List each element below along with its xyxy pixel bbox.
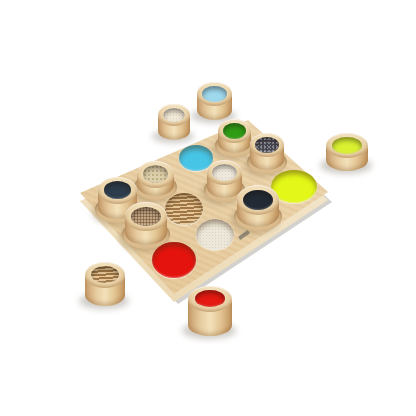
board-recess-ridged-wood[interactable] (165, 193, 203, 225)
cup-texture-green-felt (223, 123, 246, 139)
texture-board (0, 0, 416, 416)
cup-wood-rim (188, 286, 232, 312)
scene (0, 0, 416, 416)
cup-texture-navy-fabric-back (104, 181, 131, 199)
cup-wood-rim (326, 133, 368, 158)
cup-texture-ridged-wood-cup (91, 266, 119, 283)
texture-cup-lime-yellow[interactable] (326, 133, 368, 171)
cup-wood-rim (218, 119, 251, 143)
cup-texture-white-smooth (212, 164, 237, 181)
cup-texture-cream-fleece (163, 108, 185, 123)
texture-cup-green-felt[interactable] (218, 119, 251, 153)
board-recess-white-fleece[interactable] (196, 219, 234, 250)
cup-texture-navy-fabric-front (243, 190, 272, 210)
texture-cup-cream-fleece[interactable] (158, 104, 190, 140)
cup-wood-rim (197, 82, 232, 106)
texture-cup-red-felt-cup[interactable] (188, 286, 232, 336)
cup-wood-rim (85, 262, 125, 288)
cup-texture-black-glitter (255, 137, 279, 153)
cup-wood-rim (137, 161, 174, 188)
cup-texture-lime-yellow (332, 137, 361, 154)
cup-wood-rim (237, 185, 279, 215)
cup-texture-beige-bumps (143, 165, 169, 183)
cup-texture-red-felt-cup (195, 290, 226, 307)
texture-cup-navy-fabric-front[interactable] (237, 185, 279, 227)
texture-cup-sky-blue-fabric[interactable] (197, 82, 232, 120)
texture-cup-black-glitter[interactable] (250, 133, 284, 170)
cup-wood-rim (98, 177, 137, 204)
board-recess-red-felt[interactable] (152, 242, 196, 278)
cup-wood-rim (207, 160, 242, 185)
cup-texture-sky-blue-fabric (202, 86, 227, 102)
texture-cup-mesh-weave[interactable] (125, 202, 167, 245)
cup-wood-rim (125, 202, 167, 231)
cup-wood-rim (250, 133, 284, 157)
texture-cup-beige-bumps[interactable] (137, 161, 174, 196)
texture-cup-ridged-wood-cup[interactable] (85, 262, 125, 306)
cup-wood-rim (158, 104, 190, 126)
cup-texture-mesh-weave (131, 207, 160, 226)
